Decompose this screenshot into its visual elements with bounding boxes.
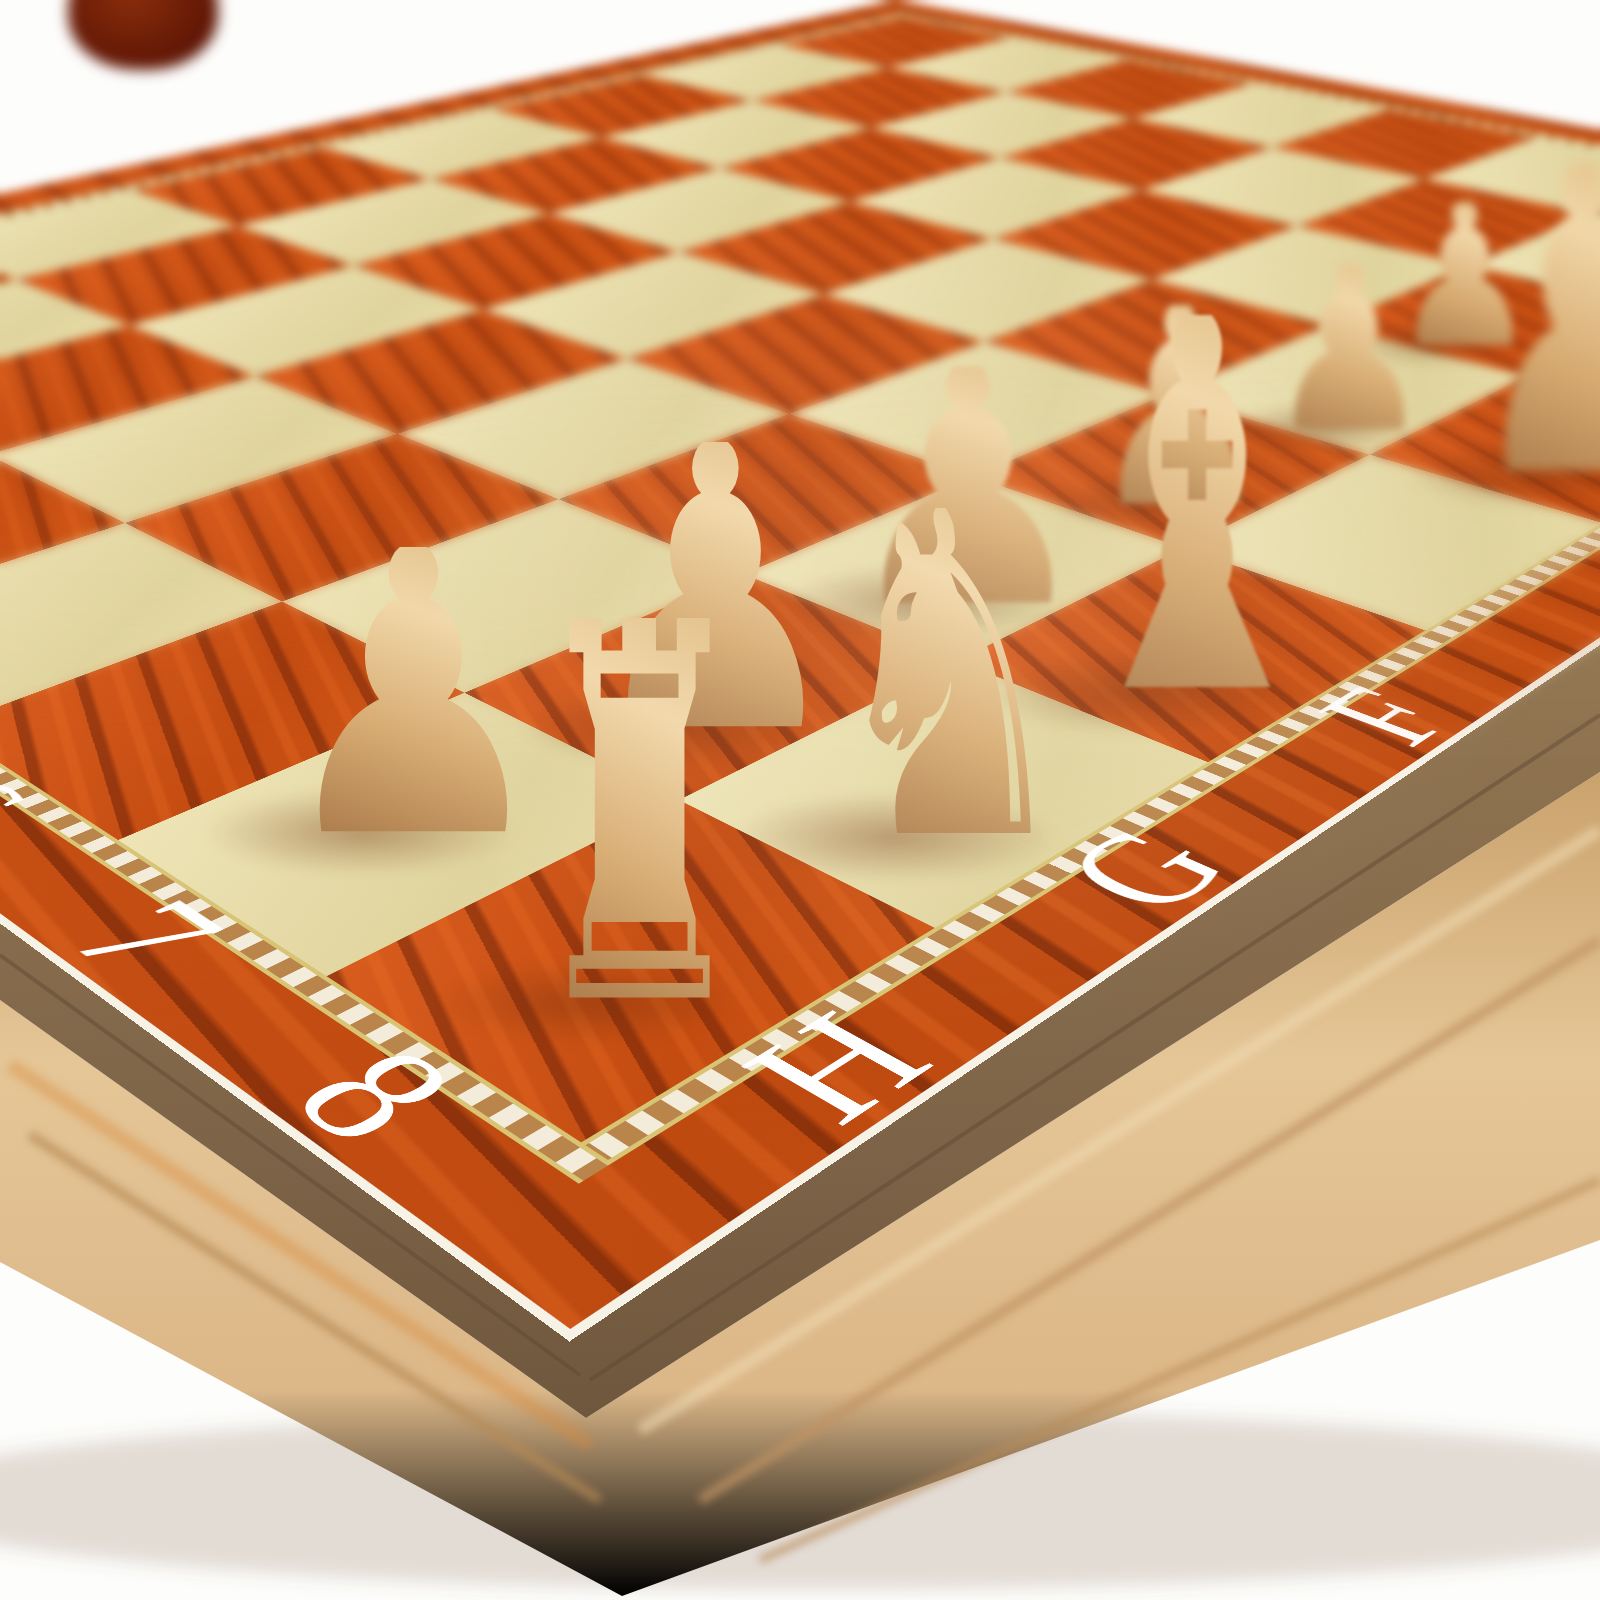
piece-white-rook-h8[interactable]: ♜ (480, 607, 800, 1010)
piece-white-rook-h8-glyph: ♜ (528, 618, 751, 1010)
far-dark-piece[interactable] (68, 0, 218, 70)
piece-white-knight-g8-glyph: ♞ (824, 508, 1077, 845)
chess-photo-stage: { "game": "chess", "scene": { "descripti… (0, 0, 1600, 1600)
pieces-layer: ♟♟♟♟♟♝♟♟♞♜ (0, 0, 1600, 1600)
piece-white-knight-g8[interactable]: ♞ (790, 499, 1110, 845)
